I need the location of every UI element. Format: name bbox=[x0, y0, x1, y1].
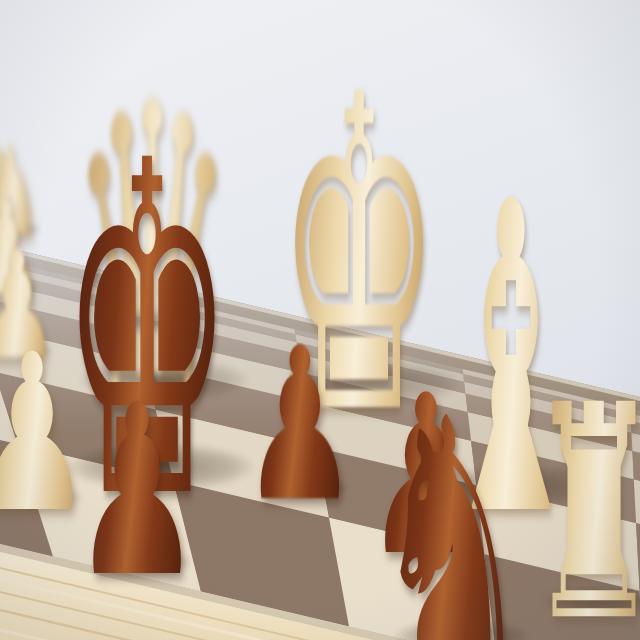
chess-piece-dark-pawn: ♟ bbox=[241, 320, 358, 531]
chess-piece-dark-knight: ♞ bbox=[371, 376, 533, 640]
pieces-layer: ♛♞♟♟♚♟♝♜♚♟♟♟♞ bbox=[0, 0, 640, 640]
chess-piece-dark-pawn: ♟ bbox=[71, 374, 202, 610]
chess-set-product-photo: ♛♞♟♟♚♟♝♜♚♟♟♟♞ bbox=[0, 0, 640, 640]
chess-piece-light-rook: ♜ bbox=[528, 367, 640, 640]
